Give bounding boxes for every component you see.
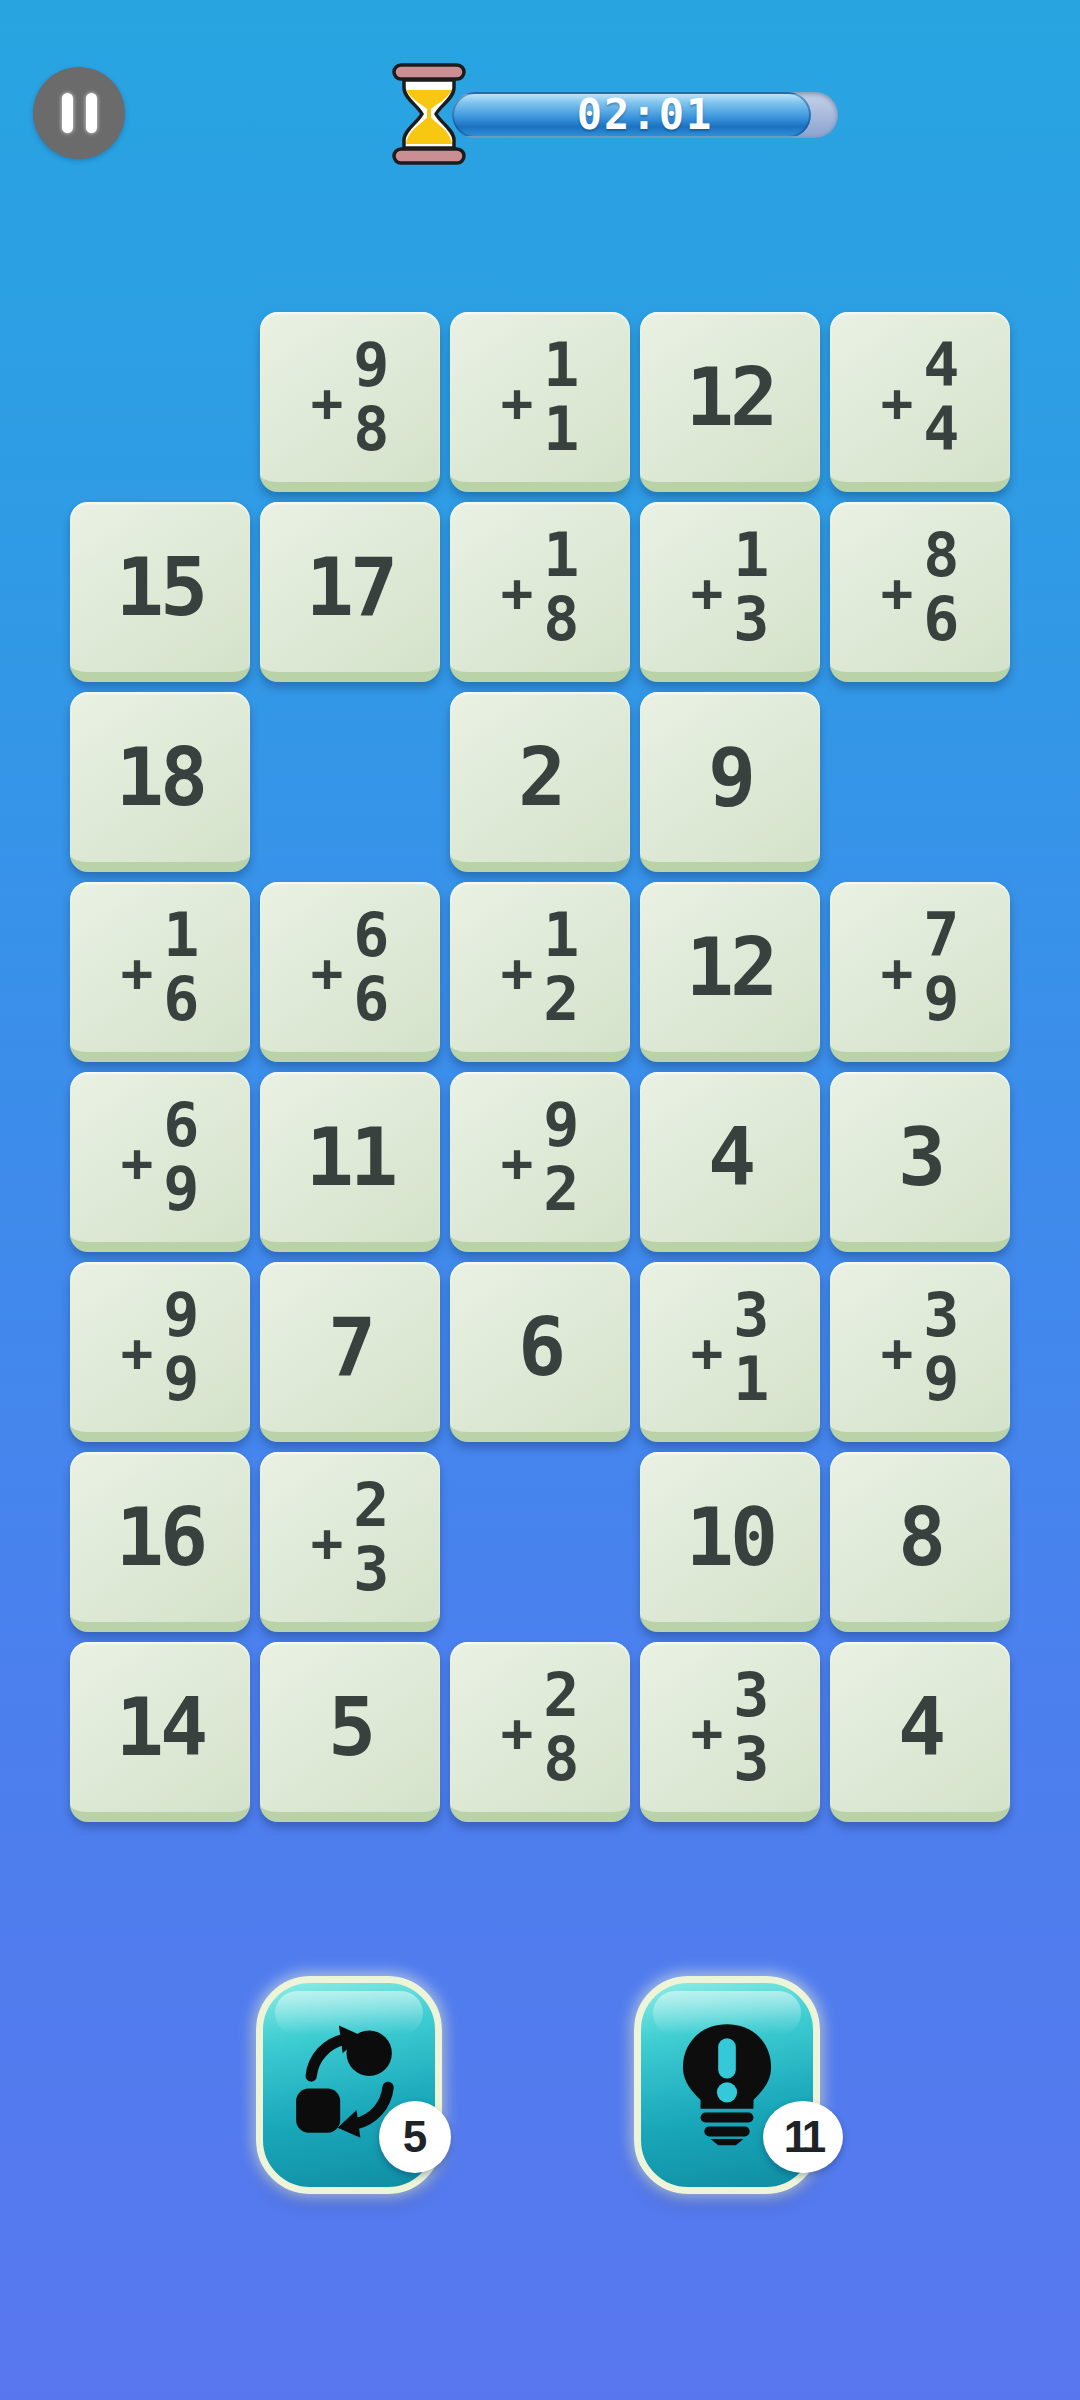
tile-r5c3[interactable]: +92	[450, 1072, 630, 1252]
tile-r6c5[interactable]: +39	[830, 1262, 1010, 1442]
timer-text: 02:01	[452, 90, 838, 139]
tile-r5c5[interactable]: 3	[830, 1072, 1010, 1252]
timer-bar: 02:01	[452, 92, 838, 138]
empty-cell	[260, 692, 440, 872]
tile-r1c3[interactable]: +11	[450, 312, 630, 492]
empty-cell	[70, 312, 250, 492]
pause-icon	[62, 93, 97, 133]
tile-r7c4[interactable]: 10	[640, 1452, 820, 1632]
tile-r5c2[interactable]: 11	[260, 1072, 440, 1252]
tile-r4c2[interactable]: +66	[260, 882, 440, 1062]
tile-r6c1[interactable]: +99	[70, 1262, 250, 1442]
tile-r7c5[interactable]: 8	[830, 1452, 1010, 1632]
tile-r8c1[interactable]: 14	[70, 1642, 250, 1822]
tile-r2c1[interactable]: 15	[70, 502, 250, 682]
tile-r5c4[interactable]: 4	[640, 1072, 820, 1252]
tile-r8c4[interactable]: +33	[640, 1642, 820, 1822]
tile-r5c1[interactable]: +69	[70, 1072, 250, 1252]
swap-count-badge: 5	[379, 2101, 451, 2173]
tile-r6c4[interactable]: +31	[640, 1262, 820, 1442]
swap-button[interactable]: 5	[256, 1976, 442, 2194]
tile-r3c4[interactable]: 9	[640, 692, 820, 872]
tile-r2c3[interactable]: +18	[450, 502, 630, 682]
pause-button[interactable]	[33, 67, 125, 159]
tile-r3c1[interactable]: 18	[70, 692, 250, 872]
empty-cell	[450, 1452, 630, 1632]
tile-r8c3[interactable]: +28	[450, 1642, 630, 1822]
tile-r7c1[interactable]: 16	[70, 1452, 250, 1632]
tile-grid: +98+1112+441517+18+13+861829+16+66+1212+…	[70, 312, 1010, 1822]
tile-r1c4[interactable]: 12	[640, 312, 820, 492]
tile-r2c2[interactable]: 17	[260, 502, 440, 682]
tile-r3c3[interactable]: 2	[450, 692, 630, 872]
tile-r4c4[interactable]: 12	[640, 882, 820, 1062]
tile-r6c2[interactable]: 7	[260, 1262, 440, 1442]
empty-cell	[830, 692, 1010, 872]
tile-r2c4[interactable]: +13	[640, 502, 820, 682]
tile-r4c5[interactable]: +79	[830, 882, 1010, 1062]
game-screen: { "game": "math tile matching puzzle (ma…	[0, 0, 1080, 2400]
tile-r1c5[interactable]: +44	[830, 312, 1010, 492]
tile-r8c5[interactable]: 4	[830, 1642, 1010, 1822]
tile-r7c2[interactable]: +23	[260, 1452, 440, 1632]
hint-button[interactable]: 11	[634, 1976, 820, 2194]
hourglass-icon	[391, 63, 467, 165]
tile-r4c1[interactable]: +16	[70, 882, 250, 1062]
hint-count-badge: 11	[763, 2101, 843, 2173]
tile-r1c2[interactable]: +98	[260, 312, 440, 492]
tile-r4c3[interactable]: +12	[450, 882, 630, 1062]
tile-r8c2[interactable]: 5	[260, 1642, 440, 1822]
tile-r2c5[interactable]: +86	[830, 502, 1010, 682]
tile-r6c3[interactable]: 6	[450, 1262, 630, 1442]
